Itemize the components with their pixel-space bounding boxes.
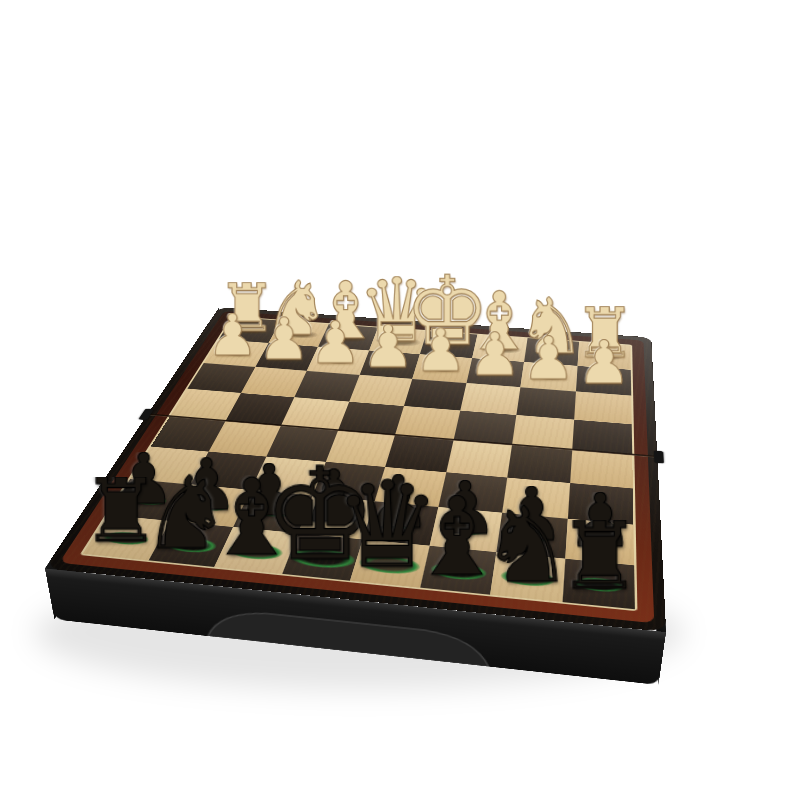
hinge-right [654,451,664,464]
square-h3 [574,391,632,424]
square-h8: ♜ [562,558,635,609]
square-f2: ♟ [466,358,524,387]
mahogany-frame: ♜♞♝♛♚♝♞♜♟♟♟♟♟♟♟♟♟♟♟♟♟♟♟♟♜♞♝♚♛♝♞♜ [59,311,654,623]
square-d3 [349,375,412,406]
cream-pinline: ♜♞♝♛♚♝♞♜♟♟♟♟♟♟♟♟♟♟♟♟♟♟♟♟♜♞♝♚♛♝♞♜ [80,316,638,611]
white-pawn-g2: ♟ [522,335,575,383]
white-pawn-h2: ♟ [577,339,631,387]
square-e3 [404,379,466,410]
folding-chess-box: ♜♞♝♛♚♝♞♜♟♟♟♟♟♟♟♟♟♟♟♟♟♟♟♟♜♞♝♚♛♝♞♜ [45,307,666,632]
white-pawn-c2: ♟ [310,320,362,366]
board-grid: ♜♞♝♛♚♝♞♜♟♟♟♟♟♟♟♟♟♟♟♟♟♟♟♟♜♞♝♚♛♝♞♜ [83,317,635,609]
square-f4 [453,410,516,444]
white-pawn-d2: ♟ [362,324,414,371]
black-rook-h8: ♜ [557,520,640,594]
white-pawn-a2: ♟ [207,313,258,359]
white-pawn-e2: ♟ [415,327,468,374]
square-e4 [395,406,460,440]
square-h4 [572,419,633,454]
white-pawn-f2: ♟ [468,331,521,378]
square-a4 [170,389,241,421]
square-d4 [338,401,404,435]
chess-set-photo: ♜♞♝♛♚♝♞♜♟♟♟♟♟♟♟♟♟♟♟♟♟♟♟♟♜♞♝♚♛♝♞♜ [0,0,800,800]
square-f3 [460,383,521,415]
square-h2: ♟ [575,366,631,396]
white-pawn-b2: ♟ [258,316,310,362]
square-g8: ♞ [490,552,565,602]
